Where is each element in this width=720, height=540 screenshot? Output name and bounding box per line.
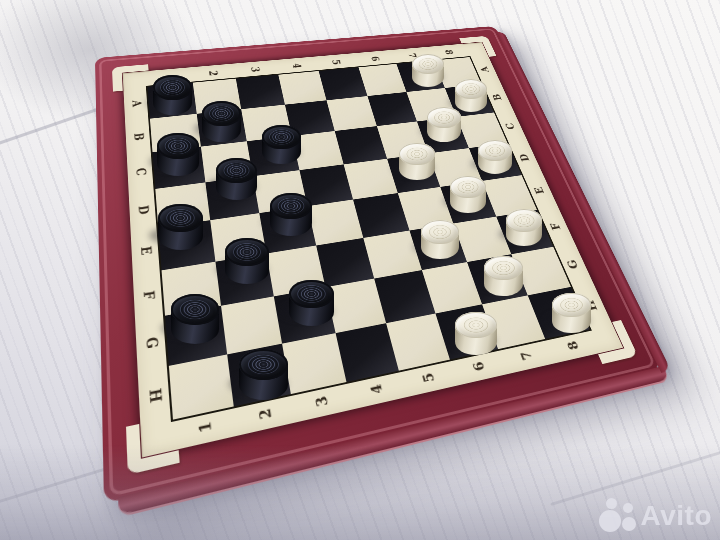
white-checker-c7[interactable] bbox=[427, 107, 461, 142]
black-checker-g3[interactable] bbox=[289, 280, 334, 326]
checker-top bbox=[270, 193, 311, 219]
checker-top bbox=[202, 101, 241, 126]
black-checker-g1[interactable] bbox=[171, 294, 220, 344]
black-checker-d2[interactable] bbox=[216, 158, 257, 200]
checker-top bbox=[289, 280, 334, 308]
black-checker-f2[interactable] bbox=[225, 238, 270, 284]
white-checker-g7[interactable] bbox=[484, 256, 523, 296]
checker-top bbox=[171, 294, 220, 325]
black-checker-b2[interactable] bbox=[202, 101, 241, 141]
checker-top bbox=[450, 176, 486, 199]
checker-top bbox=[427, 107, 461, 128]
black-checker-c3[interactable] bbox=[262, 125, 301, 165]
checker-top bbox=[484, 256, 523, 280]
black-checker-h2[interactable] bbox=[239, 349, 288, 400]
black-checker-a1[interactable] bbox=[153, 75, 192, 115]
checker-top bbox=[412, 54, 444, 74]
white-checker-a7[interactable] bbox=[412, 54, 444, 87]
checker-top bbox=[262, 125, 301, 149]
black-checker-e1[interactable] bbox=[158, 204, 203, 250]
checker-top bbox=[506, 209, 542, 232]
black-checker-c1[interactable] bbox=[157, 133, 199, 176]
checker-top bbox=[421, 220, 460, 244]
white-checker-f8[interactable] bbox=[506, 209, 542, 246]
photo-scene: ABCDEFGH ABCDEFGH 12345678 12345678 Avit… bbox=[0, 0, 720, 540]
checker-top bbox=[157, 133, 199, 159]
watermark-text: Avito bbox=[641, 500, 712, 532]
checker-top bbox=[478, 140, 512, 161]
white-checker-f6[interactable] bbox=[421, 220, 460, 260]
checker-top bbox=[552, 293, 590, 317]
checker-top bbox=[216, 158, 257, 184]
checker-top bbox=[455, 79, 487, 99]
avito-watermark: Avito bbox=[599, 498, 712, 534]
checker-top bbox=[158, 204, 203, 232]
white-checker-d8[interactable] bbox=[478, 140, 512, 175]
avito-logo-icon bbox=[599, 498, 635, 534]
checker-top bbox=[455, 312, 497, 338]
checker-top bbox=[153, 75, 192, 100]
checker-top bbox=[399, 143, 435, 166]
black-checker-e3[interactable] bbox=[270, 193, 311, 236]
white-checker-e7[interactable] bbox=[450, 176, 486, 213]
white-checker-d6[interactable] bbox=[399, 143, 435, 180]
white-checker-h6[interactable] bbox=[455, 312, 497, 355]
white-checker-h8[interactable] bbox=[552, 293, 590, 333]
